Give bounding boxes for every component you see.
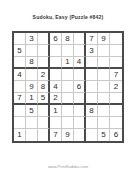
cell-r5c1[interactable] — [14, 81, 26, 93]
sudoku-grid: 368795381442798462715251817956 — [12, 31, 124, 143]
cell-r3c2[interactable]: 8 — [26, 57, 38, 69]
cell-r8c1[interactable] — [14, 117, 26, 129]
cell-r3c5[interactable]: 1 — [62, 57, 74, 69]
cell-r4c5[interactable] — [62, 69, 74, 81]
cell-r2c6[interactable] — [74, 45, 86, 57]
cell-r5c5[interactable] — [62, 81, 74, 93]
cell-r1c7[interactable]: 7 — [86, 33, 98, 45]
cell-r9c3[interactable] — [38, 129, 50, 141]
cell-r2c9[interactable] — [110, 45, 122, 57]
cell-r8c9[interactable] — [110, 117, 122, 129]
cell-r3c3[interactable] — [38, 57, 50, 69]
page-title: Sudoku, Easy (Puzzle #842) — [0, 14, 136, 20]
cell-r2c4[interactable] — [50, 45, 62, 57]
cell-r8c4[interactable] — [50, 117, 62, 129]
cell-r7c5[interactable] — [62, 105, 74, 117]
cell-r5c4[interactable]: 4 — [50, 81, 62, 93]
cell-r9c6[interactable] — [74, 129, 86, 141]
cell-r8c3[interactable] — [38, 117, 50, 129]
cell-r2c3[interactable] — [38, 45, 50, 57]
cell-r7c3[interactable] — [38, 105, 50, 117]
cell-r5c2[interactable]: 9 — [26, 81, 38, 93]
cell-r1c1[interactable] — [14, 33, 26, 45]
cell-r8c5[interactable] — [62, 117, 74, 129]
cell-r7c6[interactable] — [74, 105, 86, 117]
cell-r1c6[interactable] — [74, 33, 86, 45]
cell-r5c9[interactable]: 2 — [110, 81, 122, 93]
cell-r6c8[interactable] — [98, 93, 110, 105]
cell-r6c4[interactable]: 2 — [50, 93, 62, 105]
cell-r1c8[interactable]: 9 — [98, 33, 110, 45]
cell-r2c8[interactable] — [98, 45, 110, 57]
cell-r6c2[interactable]: 1 — [26, 93, 38, 105]
cell-r2c5[interactable] — [62, 45, 74, 57]
cell-r6c5[interactable] — [62, 93, 74, 105]
cell-r8c6[interactable] — [74, 117, 86, 129]
cell-r6c9[interactable] — [110, 93, 122, 105]
cell-r5c7[interactable] — [86, 81, 98, 93]
cell-r8c7[interactable] — [86, 117, 98, 129]
cell-r3c7[interactable] — [86, 57, 98, 69]
cell-r6c1[interactable]: 7 — [14, 93, 26, 105]
cell-r8c8[interactable] — [98, 117, 110, 129]
cell-r4c4[interactable] — [50, 69, 62, 81]
cell-r5c6[interactable]: 6 — [74, 81, 86, 93]
cell-r1c2[interactable]: 3 — [26, 33, 38, 45]
cell-r3c4[interactable] — [50, 57, 62, 69]
cell-r3c1[interactable] — [14, 57, 26, 69]
footer-url: www.PrintSudoku.com — [0, 164, 136, 169]
cell-r8c2[interactable] — [26, 117, 38, 129]
sudoku-page: Sudoku, Easy (Puzzle #842) 3687953814427… — [0, 0, 136, 176]
cell-r4c8[interactable] — [98, 69, 110, 81]
cell-r7c9[interactable] — [110, 105, 122, 117]
cell-r7c7[interactable]: 8 — [86, 105, 98, 117]
cell-r1c3[interactable] — [38, 33, 50, 45]
cell-r9c1[interactable]: 1 — [14, 129, 26, 141]
cell-r1c4[interactable]: 6 — [50, 33, 62, 45]
cell-r6c3[interactable]: 5 — [38, 93, 50, 105]
cell-r1c9[interactable] — [110, 33, 122, 45]
cell-r9c4[interactable]: 7 — [50, 129, 62, 141]
cell-r6c6[interactable] — [74, 93, 86, 105]
cell-r4c2[interactable] — [26, 69, 38, 81]
cell-r5c8[interactable] — [98, 81, 110, 93]
cell-r9c9[interactable]: 6 — [110, 129, 122, 141]
cell-r4c7[interactable] — [86, 69, 98, 81]
cell-r3c8[interactable] — [98, 57, 110, 69]
cell-r9c5[interactable]: 9 — [62, 129, 74, 141]
cell-r7c1[interactable] — [14, 105, 26, 117]
cell-r9c8[interactable]: 5 — [98, 129, 110, 141]
cell-r3c9[interactable] — [110, 57, 122, 69]
cell-r7c8[interactable] — [98, 105, 110, 117]
cell-r4c9[interactable]: 7 — [110, 69, 122, 81]
cell-r6c7[interactable] — [86, 93, 98, 105]
cell-r4c6[interactable] — [74, 69, 86, 81]
cell-r2c7[interactable]: 3 — [86, 45, 98, 57]
cell-r5c3[interactable]: 8 — [38, 81, 50, 93]
cell-r9c7[interactable] — [86, 129, 98, 141]
cell-r3c6[interactable]: 4 — [74, 57, 86, 69]
cell-r2c2[interactable] — [26, 45, 38, 57]
cell-r7c4[interactable]: 1 — [50, 105, 62, 117]
cell-r4c3[interactable]: 2 — [38, 69, 50, 81]
cell-r9c2[interactable] — [26, 129, 38, 141]
cell-r4c1[interactable]: 4 — [14, 69, 26, 81]
cell-r2c1[interactable]: 5 — [14, 45, 26, 57]
cell-r7c2[interactable]: 5 — [26, 105, 38, 117]
cell-r1c5[interactable]: 8 — [62, 33, 74, 45]
